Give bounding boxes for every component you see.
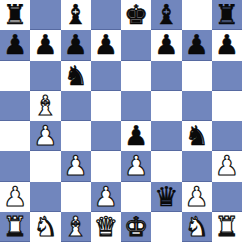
white-pawn[interactable]: ♟ [185, 182, 209, 212]
square-b6[interactable] [30, 61, 60, 91]
square-h1[interactable]: ♜ [212, 212, 242, 242]
black-pawn[interactable]: ♟ [154, 30, 178, 60]
square-f1[interactable] [151, 212, 181, 242]
black-pawn[interactable]: ♟ [124, 121, 148, 151]
square-g7[interactable]: ♟ [182, 30, 212, 60]
square-g3[interactable] [182, 151, 212, 181]
white-bishop[interactable]: ♝ [33, 91, 57, 121]
black-pawn[interactable]: ♟ [3, 30, 27, 60]
black-queen[interactable]: ♛ [154, 182, 178, 212]
square-a3[interactable] [0, 151, 30, 181]
square-f8[interactable]: ♝ [151, 0, 181, 30]
square-f6[interactable] [151, 61, 181, 91]
square-b8[interactable] [30, 0, 60, 30]
square-e7[interactable] [121, 30, 151, 60]
white-bishop[interactable]: ♝ [64, 212, 88, 242]
square-d7[interactable]: ♟ [91, 30, 121, 60]
square-f5[interactable] [151, 91, 181, 121]
square-g6[interactable] [182, 61, 212, 91]
black-pawn[interactable]: ♟ [64, 30, 88, 60]
square-c5[interactable] [61, 91, 91, 121]
square-c8[interactable]: ♝ [61, 0, 91, 30]
white-pawn[interactable]: ♟ [33, 121, 57, 151]
square-h6[interactable] [212, 61, 242, 91]
white-rook[interactable]: ♜ [215, 212, 239, 242]
square-h3[interactable]: ♟ [212, 151, 242, 181]
square-e5[interactable] [121, 91, 151, 121]
black-pawn[interactable]: ♟ [33, 30, 57, 60]
square-f7[interactable]: ♟ [151, 30, 181, 60]
square-d3[interactable] [91, 151, 121, 181]
white-pawn[interactable]: ♟ [3, 182, 27, 212]
square-g2[interactable]: ♟ [182, 182, 212, 212]
square-e3[interactable]: ♟ [121, 151, 151, 181]
square-b7[interactable]: ♟ [30, 30, 60, 60]
square-d6[interactable] [91, 61, 121, 91]
black-rook[interactable]: ♜ [3, 0, 27, 30]
white-pawn[interactable]: ♟ [94, 182, 118, 212]
square-c3[interactable]: ♟ [61, 151, 91, 181]
black-knight[interactable]: ♞ [64, 61, 88, 91]
square-b1[interactable]: ♞ [30, 212, 60, 242]
black-pawn[interactable]: ♟ [215, 30, 239, 60]
white-knight[interactable]: ♞ [33, 212, 57, 242]
white-pawn[interactable]: ♟ [64, 151, 88, 181]
square-c2[interactable] [61, 182, 91, 212]
black-king[interactable]: ♚ [124, 0, 148, 30]
square-e4[interactable]: ♟ [121, 121, 151, 151]
square-d4[interactable] [91, 121, 121, 151]
square-e8[interactable]: ♚ [121, 0, 151, 30]
square-a5[interactable] [0, 91, 30, 121]
square-a6[interactable] [0, 61, 30, 91]
square-b3[interactable] [30, 151, 60, 181]
white-pawn[interactable]: ♟ [124, 151, 148, 181]
square-g1[interactable]: ♞ [182, 212, 212, 242]
black-pawn[interactable]: ♟ [94, 30, 118, 60]
square-g5[interactable] [182, 91, 212, 121]
white-queen[interactable]: ♛ [94, 212, 118, 242]
square-b4[interactable]: ♟ [30, 121, 60, 151]
square-e1[interactable]: ♚ [121, 212, 151, 242]
square-f3[interactable] [151, 151, 181, 181]
square-a2[interactable]: ♟ [0, 182, 30, 212]
square-d1[interactable]: ♛ [91, 212, 121, 242]
black-bishop[interactable]: ♝ [64, 0, 88, 30]
square-f4[interactable] [151, 121, 181, 151]
white-pawn[interactable]: ♟ [215, 151, 239, 181]
square-e2[interactable] [121, 182, 151, 212]
square-g4[interactable]: ♞ [182, 121, 212, 151]
square-h5[interactable] [212, 91, 242, 121]
square-a1[interactable]: ♜ [0, 212, 30, 242]
square-c4[interactable] [61, 121, 91, 151]
black-knight[interactable]: ♞ [185, 121, 209, 151]
white-king[interactable]: ♚ [124, 212, 148, 242]
black-pawn[interactable]: ♟ [185, 30, 209, 60]
square-g8[interactable] [182, 0, 212, 30]
square-c6[interactable]: ♞ [61, 61, 91, 91]
square-h4[interactable] [212, 121, 242, 151]
square-d8[interactable] [91, 0, 121, 30]
square-c7[interactable]: ♟ [61, 30, 91, 60]
black-bishop[interactable]: ♝ [154, 0, 178, 30]
square-a8[interactable]: ♜ [0, 0, 30, 30]
square-f2[interactable]: ♛ [151, 182, 181, 212]
square-e6[interactable] [121, 61, 151, 91]
square-a7[interactable]: ♟ [0, 30, 30, 60]
square-h7[interactable]: ♟ [212, 30, 242, 60]
square-d5[interactable] [91, 91, 121, 121]
chess-board: ♜♝♚♝♜♟♟♟♟♟♟♟♞♝♟♟♞♟♟♟♟♟♛♟♜♞♝♛♚♞♜ [0, 0, 242, 242]
square-d2[interactable]: ♟ [91, 182, 121, 212]
square-b5[interactable]: ♝ [30, 91, 60, 121]
square-h2[interactable] [212, 182, 242, 212]
square-h8[interactable]: ♜ [212, 0, 242, 30]
white-knight[interactable]: ♞ [185, 212, 209, 242]
square-c1[interactable]: ♝ [61, 212, 91, 242]
square-b2[interactable] [30, 182, 60, 212]
square-a4[interactable] [0, 121, 30, 151]
black-rook[interactable]: ♜ [215, 0, 239, 30]
white-rook[interactable]: ♜ [3, 212, 27, 242]
